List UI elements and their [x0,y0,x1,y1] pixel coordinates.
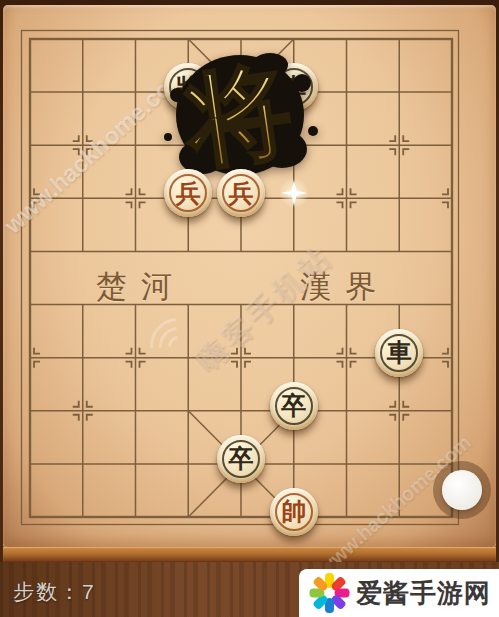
piece-black-soldier-a[interactable]: 卒 [270,382,318,430]
piece-glyph: 卒 [228,446,253,471]
piece-glyph: 兵 [228,181,253,206]
pinwheel-logo-icon [309,573,349,613]
piece-grid[interactable]: 將車兵兵車卒卒帥 [4,12,479,543]
piece-red-soldier-a[interactable]: 兵 [164,169,212,217]
piece-black-general[interactable]: 將 [164,63,212,111]
site-logo[interactable]: 爱酱手游网 [299,569,499,617]
board-front-edge [3,547,496,562]
assistive-touch-button[interactable] [442,470,482,510]
piece-black-soldier-b[interactable]: 卒 [217,435,265,483]
step-counter-label: 步数： [13,580,82,603]
step-counter: 步数：7 [13,578,96,606]
step-counter-value: 7 [82,580,96,603]
piece-red-general[interactable]: 帥 [270,488,318,536]
piece-black-chariot-a[interactable]: 車 [270,63,318,111]
piece-glyph: 卒 [281,393,306,418]
piece-glyph: 帥 [281,499,306,524]
piece-red-soldier-b[interactable]: 兵 [217,169,265,217]
site-logo-text: 爱酱手游网 [356,576,491,611]
game-screen: 楚河 漢界 將車兵兵車卒卒帥 将 [0,0,499,617]
piece-glyph: 車 [281,75,306,100]
piece-black-chariot-b[interactable]: 車 [375,329,423,377]
piece-glyph: 車 [387,340,412,365]
piece-glyph: 兵 [176,181,201,206]
piece-glyph: 將 [176,75,201,100]
